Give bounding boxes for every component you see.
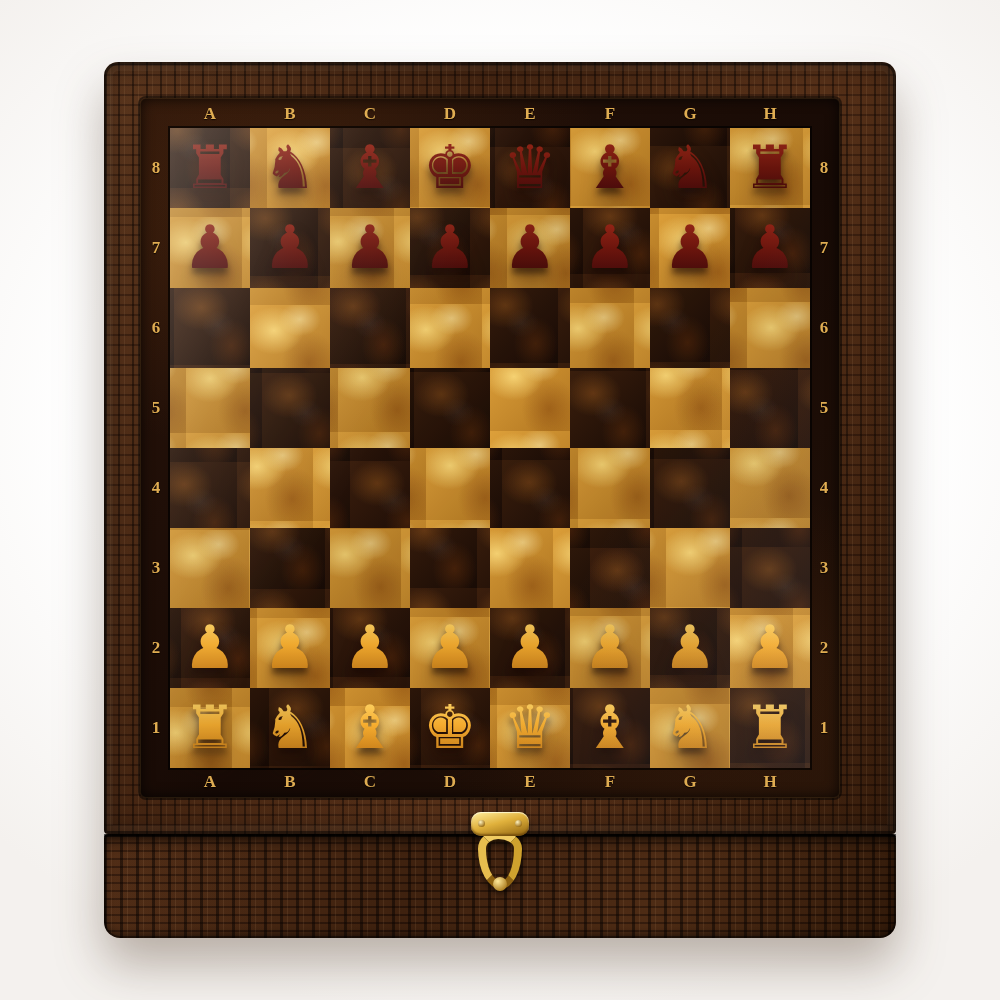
square-a2[interactable]: ♟ bbox=[170, 608, 250, 688]
square-g4[interactable] bbox=[650, 448, 730, 528]
box-lid: ABCDEFGH ABCDEFGH 87654321 87654321 ♜♞♝♚… bbox=[104, 62, 896, 834]
square-c4[interactable] bbox=[330, 448, 410, 528]
file-label-b: B bbox=[250, 104, 330, 124]
rank-label-3: 3 bbox=[812, 558, 836, 578]
file-label-g: G bbox=[650, 772, 730, 792]
square-c8[interactable]: ♝ bbox=[330, 128, 410, 208]
piece-white-rook: ♜ bbox=[170, 688, 250, 768]
square-g7[interactable]: ♟ bbox=[650, 208, 730, 288]
piece-white-pawn: ♟ bbox=[410, 608, 490, 688]
rank-label-3: 3 bbox=[144, 558, 168, 578]
rank-label-1: 1 bbox=[812, 718, 836, 738]
square-a3[interactable] bbox=[170, 528, 250, 608]
square-h3[interactable] bbox=[730, 528, 810, 608]
square-d6[interactable] bbox=[410, 288, 490, 368]
square-g5[interactable] bbox=[650, 368, 730, 448]
square-g2[interactable]: ♟ bbox=[650, 608, 730, 688]
rank-label-4: 4 bbox=[812, 478, 836, 498]
chess-box: ABCDEFGH ABCDEFGH 87654321 87654321 ♜♞♝♚… bbox=[104, 62, 896, 938]
square-e7[interactable]: ♟ bbox=[490, 208, 570, 288]
square-f1[interactable]: ♝ bbox=[570, 688, 650, 768]
rank-label-8: 8 bbox=[144, 158, 168, 178]
piece-white-bishop: ♝ bbox=[570, 688, 650, 768]
piece-white-pawn: ♟ bbox=[170, 608, 250, 688]
file-label-f: F bbox=[570, 772, 650, 792]
piece-black-knight: ♞ bbox=[650, 128, 730, 208]
file-label-d: D bbox=[410, 104, 490, 124]
square-d4[interactable] bbox=[410, 448, 490, 528]
brass-latch-icon bbox=[467, 812, 533, 900]
square-e6[interactable] bbox=[490, 288, 570, 368]
square-a4[interactable] bbox=[170, 448, 250, 528]
rank-labels-right: 87654321 bbox=[812, 128, 836, 768]
square-b4[interactable] bbox=[250, 448, 330, 528]
rank-label-2: 2 bbox=[812, 638, 836, 658]
piece-black-rook: ♜ bbox=[730, 128, 810, 208]
square-c1[interactable]: ♝ bbox=[330, 688, 410, 768]
square-e4[interactable] bbox=[490, 448, 570, 528]
piece-white-knight: ♞ bbox=[250, 688, 330, 768]
file-label-e: E bbox=[490, 772, 570, 792]
board-grid: ♜♞♝♚♛♝♞♜♟♟♟♟♟♟♟♟♟♟♟♟♟♟♟♟♜♞♝♚♛♝♞♜ bbox=[170, 128, 810, 768]
rank-labels-left: 87654321 bbox=[144, 128, 168, 768]
piece-white-bishop: ♝ bbox=[330, 688, 410, 768]
square-d5[interactable] bbox=[410, 368, 490, 448]
square-d1[interactable]: ♚ bbox=[410, 688, 490, 768]
piece-black-queen: ♛ bbox=[490, 128, 570, 208]
square-f4[interactable] bbox=[570, 448, 650, 528]
rank-label-6: 6 bbox=[812, 318, 836, 338]
square-h6[interactable] bbox=[730, 288, 810, 368]
file-label-g: G bbox=[650, 104, 730, 124]
file-label-c: C bbox=[330, 104, 410, 124]
piece-white-king: ♚ bbox=[410, 688, 490, 768]
square-h7[interactable]: ♟ bbox=[730, 208, 810, 288]
square-b6[interactable] bbox=[250, 288, 330, 368]
square-a6[interactable] bbox=[170, 288, 250, 368]
rank-label-5: 5 bbox=[144, 398, 168, 418]
square-d3[interactable] bbox=[410, 528, 490, 608]
file-label-h: H bbox=[730, 772, 810, 792]
file-label-a: A bbox=[170, 104, 250, 124]
piece-black-rook: ♜ bbox=[170, 128, 250, 208]
board-frame: ABCDEFGH ABCDEFGH 87654321 87654321 ♜♞♝♚… bbox=[140, 98, 840, 798]
square-d2[interactable]: ♟ bbox=[410, 608, 490, 688]
square-f6[interactable] bbox=[570, 288, 650, 368]
square-b7[interactable]: ♟ bbox=[250, 208, 330, 288]
square-f8[interactable]: ♝ bbox=[570, 128, 650, 208]
square-e1[interactable]: ♛ bbox=[490, 688, 570, 768]
rank-label-7: 7 bbox=[812, 238, 836, 258]
square-c6[interactable] bbox=[330, 288, 410, 368]
square-f3[interactable] bbox=[570, 528, 650, 608]
rank-label-7: 7 bbox=[144, 238, 168, 258]
rank-label-2: 2 bbox=[144, 638, 168, 658]
file-label-f: F bbox=[570, 104, 650, 124]
piece-black-pawn: ♟ bbox=[730, 208, 810, 288]
square-g8[interactable]: ♞ bbox=[650, 128, 730, 208]
rank-label-1: 1 bbox=[144, 718, 168, 738]
square-b1[interactable]: ♞ bbox=[250, 688, 330, 768]
square-c5[interactable] bbox=[330, 368, 410, 448]
piece-black-knight: ♞ bbox=[250, 128, 330, 208]
rank-label-6: 6 bbox=[144, 318, 168, 338]
square-b8[interactable]: ♞ bbox=[250, 128, 330, 208]
square-h2[interactable]: ♟ bbox=[730, 608, 810, 688]
square-h5[interactable] bbox=[730, 368, 810, 448]
square-h4[interactable] bbox=[730, 448, 810, 528]
file-label-b: B bbox=[250, 772, 330, 792]
piece-white-knight: ♞ bbox=[650, 688, 730, 768]
piece-white-pawn: ♟ bbox=[490, 608, 570, 688]
piece-black-king: ♚ bbox=[410, 128, 490, 208]
file-label-c: C bbox=[330, 772, 410, 792]
square-f2[interactable]: ♟ bbox=[570, 608, 650, 688]
piece-black-pawn: ♟ bbox=[490, 208, 570, 288]
square-e5[interactable] bbox=[490, 368, 570, 448]
square-d8[interactable]: ♚ bbox=[410, 128, 490, 208]
square-c3[interactable] bbox=[330, 528, 410, 608]
latch-plate bbox=[471, 812, 529, 836]
latch-knob bbox=[493, 877, 507, 891]
square-e3[interactable] bbox=[490, 528, 570, 608]
piece-black-pawn: ♟ bbox=[250, 208, 330, 288]
square-e2[interactable]: ♟ bbox=[490, 608, 570, 688]
piece-black-pawn: ♟ bbox=[570, 208, 650, 288]
rank-label-4: 4 bbox=[144, 478, 168, 498]
piece-black-bishop: ♝ bbox=[330, 128, 410, 208]
rank-label-5: 5 bbox=[812, 398, 836, 418]
file-labels-bottom: ABCDEFGH bbox=[170, 769, 810, 795]
piece-black-pawn: ♟ bbox=[330, 208, 410, 288]
square-a1[interactable]: ♜ bbox=[170, 688, 250, 768]
piece-white-pawn: ♟ bbox=[650, 608, 730, 688]
piece-white-rook: ♜ bbox=[730, 688, 810, 768]
rank-label-8: 8 bbox=[812, 158, 836, 178]
product-photo-scene: ABCDEFGH ABCDEFGH 87654321 87654321 ♜♞♝♚… bbox=[0, 0, 1000, 1000]
square-b3[interactable] bbox=[250, 528, 330, 608]
square-f7[interactable]: ♟ bbox=[570, 208, 650, 288]
piece-white-queen: ♛ bbox=[490, 688, 570, 768]
square-h1[interactable]: ♜ bbox=[730, 688, 810, 768]
square-d7[interactable]: ♟ bbox=[410, 208, 490, 288]
file-label-e: E bbox=[490, 104, 570, 124]
file-label-d: D bbox=[410, 772, 490, 792]
piece-black-pawn: ♟ bbox=[650, 208, 730, 288]
file-label-h: H bbox=[730, 104, 810, 124]
piece-white-pawn: ♟ bbox=[730, 608, 810, 688]
square-e8[interactable]: ♛ bbox=[490, 128, 570, 208]
file-labels-top: ABCDEFGH bbox=[170, 101, 810, 127]
square-f5[interactable] bbox=[570, 368, 650, 448]
square-g6[interactable] bbox=[650, 288, 730, 368]
box-base bbox=[104, 834, 896, 938]
piece-white-pawn: ♟ bbox=[250, 608, 330, 688]
square-b5[interactable] bbox=[250, 368, 330, 448]
file-label-a: A bbox=[170, 772, 250, 792]
piece-black-pawn: ♟ bbox=[170, 208, 250, 288]
piece-black-pawn: ♟ bbox=[410, 208, 490, 288]
square-b2[interactable]: ♟ bbox=[250, 608, 330, 688]
piece-white-pawn: ♟ bbox=[330, 608, 410, 688]
piece-black-bishop: ♝ bbox=[570, 128, 650, 208]
square-c7[interactable]: ♟ bbox=[330, 208, 410, 288]
square-g3[interactable] bbox=[650, 528, 730, 608]
square-g1[interactable]: ♞ bbox=[650, 688, 730, 768]
square-a7[interactable]: ♟ bbox=[170, 208, 250, 288]
square-h8[interactable]: ♜ bbox=[730, 128, 810, 208]
square-c2[interactable]: ♟ bbox=[330, 608, 410, 688]
piece-white-pawn: ♟ bbox=[570, 608, 650, 688]
square-a8[interactable]: ♜ bbox=[170, 128, 250, 208]
square-a5[interactable] bbox=[170, 368, 250, 448]
